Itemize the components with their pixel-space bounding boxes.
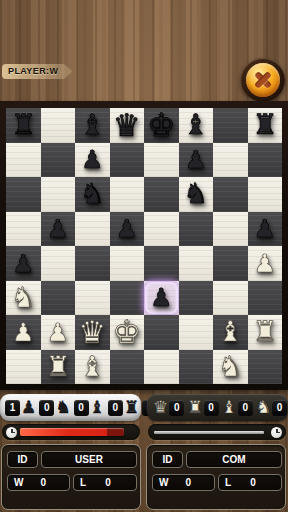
- com-timer-bar: [148, 424, 286, 440]
- square-b7[interactable]: [41, 143, 76, 178]
- piece-white-bishop[interactable]: ♝: [75, 350, 110, 385]
- square-a8[interactable]: ♜: [6, 108, 41, 143]
- user-losses: L 0: [73, 474, 137, 491]
- square-d5[interactable]: ♟: [110, 212, 145, 247]
- square-e3[interactable]: ♟: [144, 281, 179, 316]
- captured-count: 0: [74, 400, 89, 416]
- square-h2[interactable]: ♜: [248, 315, 283, 350]
- captured-count: 0: [238, 400, 253, 416]
- square-c5[interactable]: [75, 212, 110, 247]
- square-e2[interactable]: [144, 315, 179, 350]
- pawn-icon: ♟: [21, 399, 36, 416]
- clock-icon: [271, 427, 282, 438]
- win-count: 0: [168, 477, 208, 488]
- captured-white-pieces-tray: ♛0♜0♝0♞0♟3: [147, 394, 288, 421]
- captured-rook-item: ♜0: [186, 399, 218, 416]
- win-label: W: [159, 477, 168, 488]
- timer-empty-track: [154, 431, 264, 434]
- loss-count: 0: [231, 477, 275, 488]
- square-f6[interactable]: ♞: [179, 177, 214, 212]
- user-wins: W 0: [7, 474, 70, 491]
- rook-icon: ♜: [187, 399, 202, 416]
- com-name: COM: [186, 451, 282, 468]
- captured-rook-item: 0♜: [108, 399, 140, 416]
- knight-icon: ♞: [256, 399, 271, 416]
- square-e7[interactable]: [144, 143, 179, 178]
- square-e4[interactable]: [144, 246, 179, 281]
- piece-black-knight[interactable]: ♞: [179, 177, 214, 212]
- square-h3[interactable]: [248, 281, 283, 316]
- captured-bishop-item: 0♝: [74, 399, 106, 416]
- square-c2[interactable]: ♛: [75, 315, 110, 350]
- piece-white-rook[interactable]: ♜: [41, 350, 76, 385]
- loss-count: 0: [86, 477, 130, 488]
- timer-progress-fill: [20, 428, 124, 436]
- square-b8[interactable]: [41, 108, 76, 143]
- piece-white-rook[interactable]: ♜: [248, 315, 283, 350]
- com-wins: W 0: [152, 474, 215, 491]
- bishop-icon: ♝: [90, 399, 105, 416]
- piece-black-rook[interactable]: ♜: [6, 108, 41, 143]
- square-e1[interactable]: [144, 350, 179, 385]
- board-frame: ♜♝♛♚♝♜♟♟♞♞♟♟♟♟♟♞♟♟♟♛♚♝♜♜♝♞: [0, 101, 288, 390]
- queen-icon: ♛: [153, 399, 168, 416]
- piece-black-bishop[interactable]: ♝: [179, 108, 214, 143]
- piece-black-king[interactable]: ♚: [144, 108, 179, 143]
- square-b6[interactable]: [41, 177, 76, 212]
- square-f4[interactable]: [179, 246, 214, 281]
- square-g2[interactable]: ♝: [213, 315, 248, 350]
- square-b3[interactable]: [41, 281, 76, 316]
- square-b4[interactable]: [41, 246, 76, 281]
- user-id-label: ID: [7, 451, 38, 468]
- square-c3[interactable]: [75, 281, 110, 316]
- square-a1[interactable]: [6, 350, 41, 385]
- captured-count: 0: [108, 400, 123, 416]
- user-name: USER: [41, 451, 137, 468]
- captured-knight-item: ♞0: [255, 399, 287, 416]
- square-d6[interactable]: [110, 177, 145, 212]
- captured-count: 1: [5, 400, 20, 416]
- com-info-panel: ID COM W 0 L 0: [146, 444, 286, 510]
- piece-white-knight[interactable]: ♞: [213, 350, 248, 385]
- square-a3[interactable]: ♞: [6, 281, 41, 316]
- piece-black-rook[interactable]: ♜: [248, 108, 283, 143]
- piece-white-pawn[interactable]: ♟: [248, 246, 283, 281]
- square-a4[interactable]: ♟: [6, 246, 41, 281]
- knight-icon: ♞: [55, 399, 70, 416]
- captured-count: 0: [39, 400, 54, 416]
- square-d3[interactable]: [110, 281, 145, 316]
- square-f7[interactable]: ♟: [179, 143, 214, 178]
- square-g6[interactable]: [213, 177, 248, 212]
- square-d8[interactable]: ♛: [110, 108, 145, 143]
- piece-white-bishop[interactable]: ♝: [213, 315, 248, 350]
- com-losses: L 0: [218, 474, 282, 491]
- square-d4[interactable]: [110, 246, 145, 281]
- square-h4[interactable]: ♟: [248, 246, 283, 281]
- square-g4[interactable]: [213, 246, 248, 281]
- user-timer-bar: [2, 424, 140, 440]
- captured-knight-item: 0♞: [39, 399, 71, 416]
- square-g7[interactable]: [213, 143, 248, 178]
- square-h5[interactable]: ♟: [248, 212, 283, 247]
- square-c8[interactable]: ♝: [75, 108, 110, 143]
- chess-app-screen: PLAYER:W ♜♝♛♚♝♜♟♟♞♞♟♟♟♟♟♞♟♟♟♛♚♝♜♜♝♞ 1♟0♞…: [0, 0, 288, 512]
- piece-white-king[interactable]: ♚: [110, 315, 145, 350]
- square-g5[interactable]: [213, 212, 248, 247]
- square-a2[interactable]: ♟: [6, 315, 41, 350]
- square-f1[interactable]: [179, 350, 214, 385]
- square-d2[interactable]: ♚: [110, 315, 145, 350]
- square-a7[interactable]: [6, 143, 41, 178]
- square-h1[interactable]: [248, 350, 283, 385]
- bishop-icon: ♝: [222, 399, 237, 416]
- piece-black-pawn[interactable]: ♟: [6, 246, 41, 281]
- piece-white-knight[interactable]: ♞: [6, 281, 41, 316]
- square-c7[interactable]: ♟: [75, 143, 110, 178]
- square-g8[interactable]: [213, 108, 248, 143]
- chess-board: ♜♝♛♚♝♜♟♟♞♞♟♟♟♟♟♞♟♟♟♛♚♝♜♜♝♞: [6, 108, 282, 384]
- captured-count: 0: [272, 400, 287, 416]
- piece-black-pawn[interactable]: ♟: [110, 212, 145, 247]
- square-a6[interactable]: [6, 177, 41, 212]
- captured-bishop-item: ♝0: [221, 399, 253, 416]
- square-b1[interactable]: ♜: [41, 350, 76, 385]
- square-f2[interactable]: [179, 315, 214, 350]
- square-e8[interactable]: ♚: [144, 108, 179, 143]
- piece-white-pawn[interactable]: ♟: [6, 315, 41, 350]
- win-label: W: [14, 477, 23, 488]
- piece-black-queen[interactable]: ♛: [110, 108, 145, 143]
- clock-icon: [6, 427, 17, 438]
- captured-count: 0: [204, 400, 219, 416]
- square-c6[interactable]: ♞: [75, 177, 110, 212]
- captured-black-pieces-tray: 1♟0♞0♝0♜0♛: [0, 394, 141, 421]
- piece-black-pawn[interactable]: ♟: [41, 212, 76, 247]
- piece-black-pawn[interactable]: ♟: [144, 281, 179, 316]
- user-info-panel: ID USER W 0 L 0: [1, 444, 141, 510]
- piece-black-knight[interactable]: ♞: [75, 177, 110, 212]
- square-d1[interactable]: [110, 350, 145, 385]
- piece-black-pawn[interactable]: ♟: [75, 143, 110, 178]
- square-c1[interactable]: ♝: [75, 350, 110, 385]
- piece-black-pawn[interactable]: ♟: [179, 143, 214, 178]
- square-e6[interactable]: [144, 177, 179, 212]
- square-g1[interactable]: ♞: [213, 350, 248, 385]
- square-f3[interactable]: [179, 281, 214, 316]
- square-f8[interactable]: ♝: [179, 108, 214, 143]
- square-d7[interactable]: [110, 143, 145, 178]
- rook-icon: ♜: [124, 399, 139, 416]
- square-h6[interactable]: [248, 177, 283, 212]
- captured-pawn-item: 1♟: [5, 399, 37, 416]
- captured-count: 0: [169, 400, 184, 416]
- piece-black-pawn[interactable]: ♟: [248, 212, 283, 247]
- player-turn-label: PLAYER:W: [2, 64, 72, 79]
- captured-queen-item: ♛0: [152, 399, 184, 416]
- piece-black-bishop[interactable]: ♝: [75, 108, 110, 143]
- square-e5[interactable]: [144, 212, 179, 247]
- square-h7[interactable]: [248, 143, 283, 178]
- square-b2[interactable]: ♟: [41, 315, 76, 350]
- piece-white-pawn[interactable]: ♟: [41, 315, 76, 350]
- square-h8[interactable]: ♜: [248, 108, 283, 143]
- square-a5[interactable]: [6, 212, 41, 247]
- square-g3[interactable]: [213, 281, 248, 316]
- square-f5[interactable]: [179, 212, 214, 247]
- square-c4[interactable]: [75, 246, 110, 281]
- piece-white-queen[interactable]: ♛: [75, 315, 110, 350]
- close-button[interactable]: [241, 58, 285, 102]
- win-count: 0: [23, 477, 63, 488]
- square-b5[interactable]: ♟: [41, 212, 76, 247]
- com-id-label: ID: [152, 451, 183, 468]
